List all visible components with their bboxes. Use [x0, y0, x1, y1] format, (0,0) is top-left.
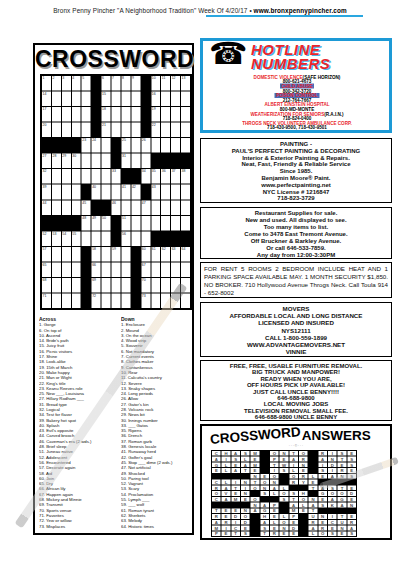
- puzzle-cell[interactable]: [151, 262, 160, 277]
- puzzle-cell[interactable]: 38: [181, 169, 190, 184]
- puzzle-cell[interactable]: [52, 247, 61, 262]
- puzzle-cell[interactable]: [102, 278, 111, 293]
- answer-letter: T: [338, 514, 347, 519]
- clue-number: 24: [92, 138, 96, 142]
- puzzle-cell[interactable]: [171, 123, 180, 138]
- puzzle-cell[interactable]: 36: [161, 169, 170, 184]
- puzzle-cell[interactable]: [52, 107, 61, 122]
- puzzle-cell[interactable]: [181, 216, 190, 231]
- puzzle-cell[interactable]: [92, 169, 101, 184]
- puzzle-cell[interactable]: [82, 123, 91, 138]
- clue-number: 3: [62, 76, 64, 80]
- puzzle-cell[interactable]: [72, 123, 81, 138]
- black-cell: [131, 293, 140, 308]
- puzzle-cell[interactable]: 48: [82, 216, 91, 231]
- puzzle-cell[interactable]: 28: [52, 154, 61, 169]
- puzzle-cell[interactable]: [161, 216, 170, 231]
- puzzle-cell[interactable]: 3: [62, 76, 71, 91]
- puzzle-cell[interactable]: [102, 262, 111, 277]
- ad-line: Interior & Exterior Painting & Repairs.: [201, 155, 391, 162]
- puzzle-cell[interactable]: [171, 185, 180, 200]
- puzzle-cell[interactable]: [62, 169, 71, 184]
- answer-letter: U: [338, 520, 347, 525]
- puzzle-cell[interactable]: [121, 107, 130, 122]
- puzzle-cell[interactable]: [112, 185, 121, 200]
- answer-letter: I: [222, 457, 231, 462]
- answer-letter: E: [280, 457, 289, 462]
- puzzle-cell[interactable]: [112, 278, 121, 293]
- answer-cell: H: [222, 451, 231, 456]
- puzzle-cell[interactable]: [171, 262, 180, 277]
- answer-letter: E: [299, 468, 308, 473]
- answer-letter: L: [280, 485, 289, 490]
- puzzle-cell[interactable]: 50: [102, 216, 111, 231]
- black-cell: [102, 200, 111, 215]
- puzzle-cell[interactable]: 32: [42, 169, 51, 184]
- answer-cell: R: [338, 468, 347, 473]
- puzzle-cell[interactable]: 57: [42, 247, 51, 262]
- black-cell: [299, 514, 308, 519]
- puzzle-cell[interactable]: 26: [141, 138, 150, 153]
- black-cell: [131, 169, 140, 184]
- puzzle-cell[interactable]: [82, 92, 91, 107]
- puzzle-cell[interactable]: [102, 185, 111, 200]
- puzzle-cell[interactable]: 47: [141, 200, 150, 215]
- answer-cell: S: [318, 468, 327, 473]
- puzzle-cell[interactable]: [72, 107, 81, 122]
- puzzle-cell[interactable]: [131, 154, 140, 169]
- answer-letter: O: [251, 497, 260, 502]
- answer-cell: O: [280, 520, 289, 525]
- puzzle-cell[interactable]: [181, 138, 190, 153]
- puzzle-cell[interactable]: 53: [52, 231, 61, 246]
- answer-cell: S: [328, 485, 337, 490]
- answer-letter: E: [289, 531, 298, 536]
- answer-cell: N: [241, 491, 250, 496]
- ad-line: LICENSED AND INSURED: [201, 319, 391, 326]
- puzzle-cell[interactable]: [181, 262, 190, 277]
- puzzle-cell[interactable]: [82, 154, 91, 169]
- puzzle-cell[interactable]: 30: [72, 154, 81, 169]
- puzzle-cell[interactable]: 1: [42, 76, 51, 91]
- puzzle-cell[interactable]: 5: [82, 76, 91, 91]
- clue-number: 12: [172, 76, 176, 80]
- answers-title: CROSSWORDANSWERS: [210, 428, 371, 443]
- answer-letter: S: [318, 503, 327, 508]
- puzzle-cell[interactable]: 24: [92, 138, 101, 153]
- puzzle-cell[interactable]: [131, 107, 140, 122]
- answer-letter: A: [328, 497, 337, 502]
- puzzle-cell[interactable]: [161, 185, 170, 200]
- puzzle-cell[interactable]: [151, 200, 160, 215]
- puzzle-cell[interactable]: 4: [72, 76, 81, 91]
- answer-letter: O: [260, 480, 269, 485]
- answer-letter: A: [289, 457, 298, 462]
- puzzle-cell[interactable]: [161, 138, 170, 153]
- answer-cell: E: [289, 531, 298, 536]
- answer-cell: L: [222, 480, 231, 485]
- answer-cell: I: [222, 457, 231, 462]
- black-cell: [212, 503, 221, 508]
- black-cell: [52, 138, 61, 153]
- answer-letter: R: [212, 514, 221, 519]
- puzzle-cell[interactable]: 27: [42, 154, 51, 169]
- puzzle-cell[interactable]: 23: [82, 138, 91, 153]
- puzzle-cell[interactable]: [151, 216, 160, 231]
- puzzle-cell[interactable]: [62, 200, 71, 215]
- answer-letter: A: [231, 451, 240, 456]
- black-cell: [92, 92, 101, 107]
- answer-letter: Y: [299, 480, 308, 485]
- puzzle-cell[interactable]: [52, 123, 61, 138]
- answer-cell: A: [289, 457, 298, 462]
- ad-line: CALL 1-800-559-1899: [201, 334, 391, 341]
- answer-letter: D: [241, 520, 250, 525]
- puzzle-cell[interactable]: [171, 200, 180, 215]
- puzzle-cell[interactable]: [62, 278, 71, 293]
- puzzle-cell[interactable]: [161, 293, 170, 308]
- puzzle-cell[interactable]: [72, 92, 81, 107]
- puzzle-cell[interactable]: 62: [161, 247, 170, 262]
- puzzle-cell[interactable]: 73: [141, 293, 150, 308]
- puzzle-cell[interactable]: [112, 107, 121, 122]
- answer-letter: I: [289, 462, 298, 467]
- answer-cell: N: [251, 503, 260, 508]
- puzzle-cell[interactable]: [72, 169, 81, 184]
- answer-letter: V: [222, 491, 231, 496]
- puzzle-cell[interactable]: [121, 200, 130, 215]
- puzzle-cell[interactable]: [151, 293, 160, 308]
- puzzle-cell[interactable]: [131, 138, 140, 153]
- answer-cell: W: [280, 462, 289, 467]
- crossword-grid-area: 1234567891011121314151617181920212223242…: [40, 74, 192, 310]
- answer-letter: T: [309, 485, 318, 490]
- clue-number: 26: [142, 138, 146, 142]
- puzzle-cell[interactable]: 59: [112, 247, 121, 262]
- clue-number: 70: [142, 278, 146, 282]
- puzzle-cell[interactable]: [112, 123, 121, 138]
- ad-line: MOVERS: [201, 305, 391, 312]
- answer-letter: W: [280, 462, 289, 467]
- puzzle-cell[interactable]: [131, 200, 140, 215]
- puzzle-cell[interactable]: 20: [42, 123, 51, 138]
- puzzle-cell[interactable]: 68: [42, 278, 51, 293]
- puzzle-cell[interactable]: [161, 262, 170, 277]
- answer-letter: A: [231, 468, 240, 473]
- puzzle-cell[interactable]: [171, 293, 180, 308]
- answer-letter: T: [289, 451, 298, 456]
- clue-number: 59: [112, 247, 116, 251]
- clue-number: 47: [142, 200, 146, 204]
- answer-cell: E: [347, 485, 356, 490]
- clue-number: 42: [132, 185, 136, 189]
- answer-cell: I: [289, 462, 298, 467]
- puzzle-cell[interactable]: 56: [121, 231, 130, 246]
- answer-letter: G: [212, 462, 221, 467]
- answer-cell: R: [270, 531, 279, 536]
- puzzle-cell[interactable]: 65: [42, 262, 51, 277]
- puzzle-cell[interactable]: 25: [121, 138, 130, 153]
- puzzle-cell[interactable]: [52, 92, 61, 107]
- puzzle-cell[interactable]: [72, 278, 81, 293]
- puzzle-cell[interactable]: [72, 262, 81, 277]
- clue-number: 61: [152, 247, 156, 251]
- puzzle-cell[interactable]: [72, 293, 81, 308]
- puzzle-cell[interactable]: 61: [151, 247, 160, 262]
- puzzle-cell[interactable]: [62, 92, 71, 107]
- answer-cell: R: [299, 474, 308, 479]
- answer-letter: I: [241, 485, 250, 490]
- puzzle-cell[interactable]: [52, 262, 61, 277]
- puzzle-cell[interactable]: [161, 92, 170, 107]
- puzzle-cell[interactable]: [72, 247, 81, 262]
- answer-cell: A: [231, 468, 240, 473]
- answer-letter: E: [270, 514, 279, 519]
- puzzle-cell[interactable]: [62, 262, 71, 277]
- puzzle-cell[interactable]: [62, 247, 71, 262]
- puzzle-cell[interactable]: [181, 92, 190, 107]
- puzzle-cell[interactable]: [52, 169, 61, 184]
- puzzle-cell[interactable]: 69: [92, 278, 101, 293]
- puzzle-cell[interactable]: [131, 123, 140, 138]
- ad-painting: PAINTING -PAUL'S PERFECT PAINTING & DECO…: [200, 138, 392, 203]
- answer-cell: I: [270, 468, 279, 473]
- answer-cell: M: [212, 526, 221, 531]
- puzzle-cell[interactable]: 34: [141, 169, 150, 184]
- puzzle-cell[interactable]: 2: [52, 76, 61, 91]
- puzzle-cell[interactable]: 52: [42, 231, 51, 246]
- puzzle-cell[interactable]: 7: [112, 76, 121, 91]
- answer-letter: S: [260, 526, 269, 531]
- puzzle-cell[interactable]: [62, 293, 71, 308]
- puzzle-cell[interactable]: [102, 138, 111, 153]
- puzzle-cell[interactable]: 55: [72, 231, 81, 246]
- answer-letter: P: [270, 503, 279, 508]
- puzzle-cell[interactable]: 13: [181, 76, 190, 91]
- puzzle-cell[interactable]: 16: [151, 92, 160, 107]
- puzzle-cell[interactable]: [161, 123, 170, 138]
- answer-letter: I: [222, 526, 231, 531]
- puzzle-cell[interactable]: [112, 262, 121, 277]
- clue-number: 14: [43, 92, 47, 96]
- puzzle-cell[interactable]: [131, 231, 140, 246]
- puzzle-cell[interactable]: 6: [102, 76, 111, 91]
- answer-letter: N: [241, 491, 250, 496]
- answer-cell: I: [222, 526, 231, 531]
- puzzle-cell[interactable]: [72, 200, 81, 215]
- puzzle-cell[interactable]: 71: [42, 293, 51, 308]
- answer-cell: N: [347, 503, 356, 508]
- answer-cell: L: [222, 462, 231, 467]
- puzzle-cell[interactable]: 64: [181, 247, 190, 262]
- puzzle-cell[interactable]: [161, 278, 170, 293]
- puzzle-cell[interactable]: [171, 278, 180, 293]
- puzzle-cell[interactable]: 46: [112, 200, 121, 215]
- answer-letter: C: [212, 480, 221, 485]
- puzzle-cell[interactable]: [121, 92, 130, 107]
- puzzle-cell[interactable]: [112, 92, 121, 107]
- newspaper-page: Bronx Penny Pincher "A Neighborhood Trad…: [0, 0, 400, 573]
- puzzle-cell[interactable]: [141, 231, 150, 246]
- answer-cell: O: [251, 485, 260, 490]
- puzzle-cell[interactable]: 31: [121, 154, 130, 169]
- answer-cell: S: [241, 451, 250, 456]
- puzzle-cell[interactable]: 19: [151, 107, 160, 122]
- answer-letter: S: [231, 457, 240, 462]
- puzzle-cell[interactable]: 10: [151, 76, 160, 91]
- puzzle-cell[interactable]: [62, 107, 71, 122]
- answer-letter: N: [338, 474, 347, 479]
- puzzle-cell[interactable]: [181, 200, 190, 215]
- answer-letter: N: [241, 480, 250, 485]
- puzzle-cell[interactable]: [121, 247, 130, 262]
- puzzle-cell[interactable]: [52, 185, 61, 200]
- puzzle-cell[interactable]: [171, 92, 180, 107]
- puzzle-cell[interactable]: [112, 293, 121, 308]
- puzzle-cell[interactable]: 33: [112, 169, 121, 184]
- black-cell: [62, 216, 71, 231]
- puzzle-cell[interactable]: 70: [141, 278, 150, 293]
- answer-cell: T: [241, 468, 250, 473]
- puzzle-cell[interactable]: [161, 107, 170, 122]
- answer-cell: P: [212, 531, 221, 536]
- puzzle-cell[interactable]: 41: [121, 185, 130, 200]
- puzzle-cell[interactable]: [102, 293, 111, 308]
- puzzle-cell[interactable]: [82, 169, 91, 184]
- answer-cell: L: [309, 531, 318, 536]
- black-cell: [280, 508, 289, 513]
- puzzle-cell[interactable]: 12: [171, 76, 180, 91]
- puzzle-cell[interactable]: 43: [151, 185, 160, 200]
- answer-letter: L: [299, 503, 308, 508]
- puzzle-cell[interactable]: 21: [102, 123, 111, 138]
- ad-furniture-removal: FREE, FREE, USABLE FURNITURE REMOVAL.BIG…: [200, 360, 392, 421]
- answer-letter: D: [231, 514, 240, 519]
- black-cell: [82, 247, 91, 262]
- black-cell: [82, 293, 91, 308]
- puzzle-cell[interactable]: [52, 278, 61, 293]
- puzzle-cell[interactable]: 29: [62, 154, 71, 169]
- puzzle-cell[interactable]: 22: [151, 123, 160, 138]
- answer-letter: E: [328, 526, 337, 531]
- answer-letter: O: [280, 491, 289, 496]
- answer-letter: H: [222, 451, 231, 456]
- puzzle-cell[interactable]: [102, 169, 111, 184]
- puzzle-cell[interactable]: [181, 107, 190, 122]
- answer-letter: T: [231, 531, 240, 536]
- puzzle-cell[interactable]: 14: [42, 92, 51, 107]
- puzzle-cell[interactable]: [82, 107, 91, 122]
- puzzle-cell[interactable]: 54: [62, 231, 71, 246]
- puzzle-cell[interactable]: 42: [131, 185, 140, 200]
- puzzle-cell[interactable]: 60: [141, 247, 150, 262]
- puzzle-cell[interactable]: [92, 154, 101, 169]
- ad-line: NYS12111: [201, 327, 391, 334]
- puzzle-cell[interactable]: 15: [102, 92, 111, 107]
- answer-letter: T: [309, 508, 318, 513]
- puzzle-cell[interactable]: [141, 154, 150, 169]
- puzzle-cell[interactable]: [121, 278, 130, 293]
- puzzle-cell[interactable]: [92, 231, 101, 246]
- puzzle-cell[interactable]: [141, 216, 150, 231]
- puzzle-cell[interactable]: [181, 278, 190, 293]
- puzzle-cell[interactable]: [52, 293, 61, 308]
- puzzle-cell[interactable]: [131, 216, 140, 231]
- puzzle-cell[interactable]: 40: [92, 185, 101, 200]
- answer-cell: C: [328, 520, 337, 525]
- puzzle-cell[interactable]: 35: [151, 169, 160, 184]
- answer-cell: S: [347, 474, 356, 479]
- puzzle-cell[interactable]: 51: [121, 216, 130, 231]
- puzzle-cell[interactable]: 9: [131, 76, 140, 91]
- puzzle-cell[interactable]: [171, 107, 180, 122]
- answer-letter: E: [280, 531, 289, 536]
- puzzle-cell[interactable]: [181, 123, 190, 138]
- puzzle-cell[interactable]: [102, 154, 111, 169]
- puzzle-cell[interactable]: [102, 231, 111, 246]
- puzzle-cell[interactable]: 39: [42, 185, 51, 200]
- puzzle-cell[interactable]: [161, 200, 170, 215]
- black-cell: [72, 216, 81, 231]
- puzzle-cell[interactable]: [62, 123, 71, 138]
- puzzle-cell[interactable]: [62, 185, 71, 200]
- puzzle-cell[interactable]: [121, 262, 130, 277]
- puzzle-cell[interactable]: 17: [42, 107, 51, 122]
- answer-cell: T: [260, 531, 269, 536]
- puzzle-cell[interactable]: [151, 278, 160, 293]
- puzzle-cell[interactable]: 45: [82, 200, 91, 215]
- answer-letter: I: [231, 520, 240, 525]
- puzzle-cell[interactable]: 37: [171, 169, 180, 184]
- puzzle-cell[interactable]: 67: [141, 262, 150, 277]
- clue-number: 72: [92, 293, 96, 297]
- puzzle-cell[interactable]: [121, 123, 130, 138]
- puzzle-cell[interactable]: [121, 293, 130, 308]
- puzzle-cell[interactable]: [102, 247, 111, 262]
- answer-cell: S: [347, 531, 356, 536]
- puzzle-cell[interactable]: [151, 138, 160, 153]
- puzzle-cell[interactable]: 11: [161, 76, 170, 91]
- puzzle-cell[interactable]: [82, 231, 91, 246]
- puzzle-cell[interactable]: 44: [42, 200, 51, 215]
- puzzle-cell[interactable]: 49: [92, 216, 101, 231]
- answer-cell: L: [299, 503, 308, 508]
- black-cell: [299, 531, 308, 536]
- answer-letter: E: [212, 468, 221, 473]
- header-underline: [206, 15, 363, 17]
- puzzle-cell[interactable]: 63: [171, 247, 180, 262]
- puzzle-cell[interactable]: 18: [102, 107, 111, 122]
- answer-cell: T: [212, 508, 221, 513]
- puzzle-cell[interactable]: [72, 185, 81, 200]
- answer-letter: A: [318, 457, 327, 462]
- puzzle-cell[interactable]: [181, 293, 190, 308]
- puzzle-cell[interactable]: [52, 200, 61, 215]
- answer-cell: O: [270, 474, 279, 479]
- puzzle-cell[interactable]: [181, 185, 190, 200]
- puzzle-cell[interactable]: [131, 92, 140, 107]
- puzzle-cell[interactable]: [171, 216, 180, 231]
- puzzle-cell[interactable]: [171, 138, 180, 153]
- black-cell: [338, 508, 347, 513]
- puzzle-cell[interactable]: 66: [92, 262, 101, 277]
- puzzle-cell[interactable]: 72: [92, 293, 101, 308]
- puzzle-cell[interactable]: 8: [121, 76, 130, 91]
- answer-cell: L: [270, 520, 279, 525]
- puzzle-cell[interactable]: 58: [92, 247, 101, 262]
- answer-cell: T: [338, 485, 347, 490]
- answer-letter: A: [260, 520, 269, 525]
